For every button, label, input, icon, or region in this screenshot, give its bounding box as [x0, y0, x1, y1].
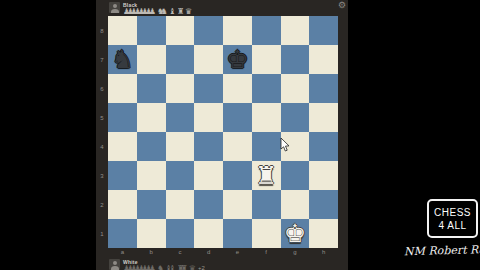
square-b7[interactable] — [137, 45, 166, 74]
file-label-a: a — [108, 248, 137, 258]
square-a6[interactable] — [108, 74, 137, 103]
square-h3[interactable] — [309, 161, 338, 190]
square-c1[interactable] — [166, 219, 195, 248]
square-d2[interactable] — [194, 190, 223, 219]
square-f2[interactable] — [252, 190, 281, 219]
avatar-icon — [113, 4, 117, 8]
square-a7[interactable]: ♞ — [108, 45, 137, 74]
rank-label-6: 6 — [96, 74, 108, 103]
square-e3[interactable] — [223, 161, 252, 190]
captured-pieces-white: ♟♟♟♟♟♟♟♟♞♝♝♜♜♛+2 — [123, 265, 205, 270]
mouse-cursor-icon — [280, 138, 291, 156]
square-b6[interactable] — [137, 74, 166, 103]
square-d8[interactable] — [194, 16, 223, 45]
square-g3[interactable] — [281, 161, 310, 190]
square-d6[interactable] — [194, 74, 223, 103]
square-e8[interactable] — [223, 16, 252, 45]
square-g7[interactable] — [281, 45, 310, 74]
settings-gear-icon[interactable]: ⚙ — [338, 0, 346, 11]
square-b5[interactable] — [137, 103, 166, 132]
channel-logo-line1: CHESS — [429, 206, 476, 219]
square-g6[interactable] — [281, 74, 310, 103]
captured-piece-queen-icon: ♛ — [189, 265, 196, 270]
square-d1[interactable] — [194, 219, 223, 248]
rank-label-1: 1 — [96, 219, 108, 248]
material-advantage: +2 — [198, 265, 205, 270]
player-bar-black: Black ♟♟♟♟♟♟♟♟♞♞♝♜♛ ⚙ — [96, 0, 348, 16]
captured-piece-rook-icon: ♜ — [181, 265, 188, 270]
captured-piece-bishop-icon: ♝ — [169, 8, 176, 15]
square-a2[interactable] — [108, 190, 137, 219]
channel-logo: CHESS 4 ALL — [427, 199, 478, 238]
captured-piece-knight-icon: ♞ — [157, 265, 164, 270]
file-label-f: f — [252, 248, 281, 258]
square-g1[interactable]: ♚ — [281, 219, 310, 248]
square-h8[interactable] — [309, 16, 338, 45]
square-f4[interactable] — [252, 132, 281, 161]
captured-piece-pawn-icon: ♟ — [149, 8, 156, 15]
square-e5[interactable] — [223, 103, 252, 132]
captured-piece-bishop-icon: ♝ — [169, 265, 176, 270]
file-label-g: g — [281, 248, 310, 258]
captured-piece-rook-icon: ♜ — [177, 8, 184, 15]
file-label-c: c — [166, 248, 195, 258]
square-e7[interactable]: ♚ — [223, 45, 252, 74]
square-h5[interactable] — [309, 103, 338, 132]
player-bar-white: White ♟♟♟♟♟♟♟♟♞♝♝♜♜♛+2 — [96, 258, 348, 270]
square-c7[interactable] — [166, 45, 195, 74]
rank-label-8: 8 — [96, 16, 108, 45]
square-e2[interactable] — [223, 190, 252, 219]
square-g2[interactable] — [281, 190, 310, 219]
black-knight-a7[interactable]: ♞ — [111, 47, 133, 72]
square-e1[interactable] — [223, 219, 252, 248]
file-label-d: d — [194, 248, 223, 258]
square-c6[interactable] — [166, 74, 195, 103]
square-h4[interactable] — [309, 132, 338, 161]
avatar-white[interactable] — [109, 259, 120, 270]
black-king-e7[interactable]: ♚ — [226, 47, 248, 72]
file-label-h: h — [309, 248, 338, 258]
square-c8[interactable] — [166, 16, 195, 45]
chess-app-panel: Black ♟♟♟♟♟♟♟♟♞♞♝♜♛ ⚙ 87654321 ♞♚♜♚ abcd… — [96, 0, 348, 270]
avatar-icon — [113, 261, 117, 265]
square-b8[interactable] — [137, 16, 166, 45]
square-d7[interactable] — [194, 45, 223, 74]
file-labels: abcdefgh — [108, 248, 338, 258]
square-a5[interactable] — [108, 103, 137, 132]
square-f7[interactable] — [252, 45, 281, 74]
square-b4[interactable] — [137, 132, 166, 161]
square-b2[interactable] — [137, 190, 166, 219]
square-d3[interactable] — [194, 161, 223, 190]
avatar-icon — [111, 9, 119, 14]
rank-label-4: 4 — [96, 132, 108, 161]
square-h2[interactable] — [309, 190, 338, 219]
rank-label-2: 2 — [96, 190, 108, 219]
square-g8[interactable] — [281, 16, 310, 45]
square-e4[interactable] — [223, 132, 252, 161]
square-g5[interactable] — [281, 103, 310, 132]
file-label-e: e — [223, 248, 252, 258]
square-c3[interactable] — [166, 161, 195, 190]
square-d4[interactable] — [194, 132, 223, 161]
video-frame: Black ♟♟♟♟♟♟♟♟♞♞♝♜♛ ⚙ 87654321 ♞♚♜♚ abcd… — [0, 0, 480, 270]
captured-piece-pawn-icon: ♟ — [149, 265, 156, 270]
square-c5[interactable] — [166, 103, 195, 132]
rank-label-5: 5 — [96, 103, 108, 132]
square-a3[interactable] — [108, 161, 137, 190]
avatar-icon — [111, 266, 119, 270]
channel-logo-line2: 4 ALL — [429, 219, 476, 232]
white-rook-f3[interactable]: ♜ — [255, 163, 277, 188]
square-h7[interactable] — [309, 45, 338, 74]
captured-piece-knight-icon: ♞ — [161, 8, 168, 15]
square-a8[interactable] — [108, 16, 137, 45]
square-f8[interactable] — [252, 16, 281, 45]
rank-label-3: 3 — [96, 161, 108, 190]
captured-pieces-black: ♟♟♟♟♟♟♟♟♞♞♝♜♛ — [123, 8, 192, 15]
square-c4[interactable] — [166, 132, 195, 161]
author-signature: NM Robert Ram — [404, 243, 480, 258]
rank-labels: 87654321 — [96, 16, 108, 248]
white-king-g1[interactable]: ♚ — [284, 221, 306, 246]
square-h1[interactable] — [309, 219, 338, 248]
square-f1[interactable] — [252, 219, 281, 248]
square-f5[interactable] — [252, 103, 281, 132]
file-label-b: b — [137, 248, 166, 258]
square-f6[interactable] — [252, 74, 281, 103]
square-f3[interactable]: ♜ — [252, 161, 281, 190]
square-h6[interactable] — [309, 74, 338, 103]
square-e6[interactable] — [223, 74, 252, 103]
captured-piece-queen-icon: ♛ — [185, 8, 192, 15]
square-c2[interactable] — [166, 190, 195, 219]
square-b1[interactable] — [137, 219, 166, 248]
rank-label-7: 7 — [96, 45, 108, 74]
chess-board: ♞♚♜♚ — [108, 16, 338, 248]
avatar-black[interactable] — [109, 2, 120, 13]
square-a1[interactable] — [108, 219, 137, 248]
square-b3[interactable] — [137, 161, 166, 190]
square-a4[interactable] — [108, 132, 137, 161]
square-d5[interactable] — [194, 103, 223, 132]
